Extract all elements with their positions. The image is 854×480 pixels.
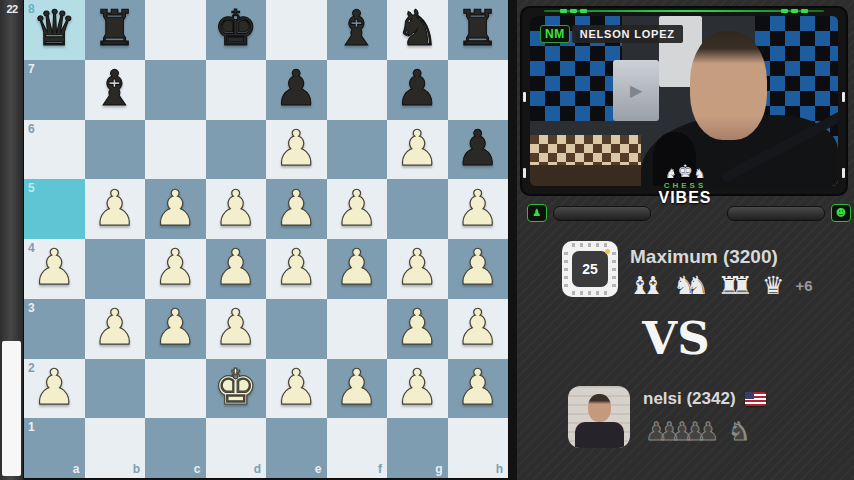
white-pawn-c5[interactable]: ♟ — [153, 184, 197, 233]
white-pawn-h2[interactable]: ♟ — [456, 363, 500, 412]
square-d7[interactable] — [206, 60, 267, 120]
square-b6[interactable] — [85, 120, 146, 180]
square-f5[interactable]: ♟ — [327, 179, 388, 239]
square-c8[interactable] — [145, 0, 206, 60]
streamer-name: NELSON LOPEZ — [572, 25, 683, 43]
square-a3[interactable]: 3 — [24, 299, 85, 359]
white-pawn-d3[interactable]: ♟ — [214, 303, 258, 352]
white-pawn-e4[interactable]: ♟ — [274, 243, 318, 292]
square-c5[interactable]: ♟ — [145, 179, 206, 239]
black-pawn-h6[interactable]: ♟ — [456, 124, 500, 173]
square-d8[interactable]: ♚ — [206, 0, 267, 60]
square-h5[interactable]: ♟ — [448, 179, 509, 239]
player-top-name: Maximum (3200) — [630, 246, 778, 268]
square-a2[interactable]: 2♟ — [24, 359, 85, 419]
vs-label: VS — [596, 312, 756, 365]
file-label-b: b — [133, 463, 140, 475]
left-green-pawn-icon: ♟ — [527, 204, 547, 222]
white-pawn-g6[interactable]: ♟ — [395, 124, 439, 173]
black-rook-b8[interactable]: ♜ — [93, 4, 137, 53]
square-h2[interactable]: ♟ — [448, 359, 509, 419]
captured-queen-icon: ♛ — [762, 273, 784, 298]
black-rook-h8[interactable]: ♜ — [456, 4, 500, 53]
square-e6[interactable]: ♟ — [266, 120, 327, 180]
square-e3[interactable] — [266, 299, 327, 359]
square-a6[interactable]: 6 — [24, 120, 85, 180]
avatar-head — [588, 394, 611, 422]
square-f2[interactable]: ♟ — [327, 359, 388, 419]
black-queen-a8[interactable]: ♛ — [32, 4, 76, 53]
captured-knights-icon: ♞♞ — [673, 273, 708, 298]
square-f6[interactable] — [327, 120, 388, 180]
square-g1[interactable]: g — [387, 418, 448, 478]
file-label-g: g — [435, 463, 442, 475]
square-h1[interactable]: h — [448, 418, 509, 478]
square-d5[interactable]: ♟ — [206, 179, 267, 239]
square-f4[interactable]: ♟ — [327, 239, 388, 299]
white-pawn-e2[interactable]: ♟ — [274, 363, 318, 412]
square-a5[interactable]: 5 — [24, 179, 85, 239]
frame-tick — [842, 92, 845, 102]
move-counter: 22 — [0, 3, 24, 15]
white-pawn-h3[interactable]: ♟ — [456, 303, 500, 352]
white-pawn-d4[interactable]: ♟ — [214, 243, 258, 292]
rank-label-7: 7 — [28, 63, 35, 75]
square-h6[interactable]: ♟ — [448, 120, 509, 180]
white-pawn-h4[interactable]: ♟ — [456, 243, 500, 292]
square-c6[interactable] — [145, 120, 206, 180]
square-g8[interactable]: ♞ — [387, 0, 448, 60]
black-knight-g8[interactable]: ♞ — [395, 4, 439, 53]
square-b4[interactable] — [85, 239, 146, 299]
square-g3[interactable]: ♟ — [387, 299, 448, 359]
avatar-torso — [575, 422, 624, 448]
rank-label-1: 1 — [28, 421, 35, 433]
square-e4[interactable]: ♟ — [266, 239, 327, 299]
player-avatar-photo — [568, 386, 630, 448]
square-h7[interactable] — [448, 60, 509, 120]
rank-label-3: 3 — [28, 302, 35, 314]
square-e1[interactable]: e — [266, 418, 327, 478]
green-dashes-left — [560, 9, 587, 13]
square-e7[interactable]: ♟ — [266, 60, 327, 120]
white-pawn-f5[interactable]: ♟ — [335, 184, 379, 233]
square-c4[interactable]: ♟ — [145, 239, 206, 299]
square-d4[interactable]: ♟ — [206, 239, 267, 299]
frame-tick — [523, 168, 526, 178]
black-king-d8[interactable]: ♚ — [214, 4, 258, 53]
material-advantage: +6 — [795, 278, 812, 293]
square-b7[interactable]: ♝ — [85, 60, 146, 120]
square-a8[interactable]: 8♛ — [24, 0, 85, 60]
square-e5[interactable]: ♟ — [266, 179, 327, 239]
square-c3[interactable]: ♟ — [145, 299, 206, 359]
file-label-d: d — [254, 463, 261, 475]
white-pawn-f4[interactable]: ♟ — [335, 243, 379, 292]
square-c7[interactable] — [145, 60, 206, 120]
wooden-chessboard — [530, 135, 641, 186]
captured-knight-icon: ♞ — [728, 419, 750, 444]
white-pawn-a2[interactable]: ♟ — [32, 363, 76, 412]
captured-rooks-icon: ♜♜ — [718, 273, 753, 298]
square-b2[interactable] — [85, 359, 146, 419]
rank-label-5: 5 — [28, 182, 35, 194]
square-d1[interactable]: d — [206, 418, 267, 478]
black-pawn-g7[interactable]: ♟ — [395, 64, 439, 113]
player-bottom-name: nelsi (2342) — [643, 389, 736, 409]
square-b1[interactable]: b — [85, 418, 146, 478]
square-g5[interactable] — [387, 179, 448, 239]
white-pawn-c4[interactable]: ♟ — [153, 243, 197, 292]
bar-pill-left — [553, 206, 651, 221]
white-pawn-b5[interactable]: ♟ — [93, 184, 137, 233]
file-label-c: c — [194, 463, 201, 475]
square-b3[interactable]: ♟ — [85, 299, 146, 359]
chip-dot — [605, 249, 610, 254]
square-e8[interactable] — [266, 0, 327, 60]
square-c2[interactable] — [145, 359, 206, 419]
chess-vibes-logo: ♞♚♞ CHESS VIBES — [648, 163, 722, 207]
square-h3[interactable]: ♟ — [448, 299, 509, 359]
square-g2[interactable]: ♟ — [387, 359, 448, 419]
stream-panel: ▶ NM NELSON LOPEZ ♟ ☻ ♞♚♞ CHESS VIBES — [517, 0, 854, 480]
logo-pieces-icon: ♞♚♞ — [648, 163, 722, 180]
square-h4[interactable]: ♟ — [448, 239, 509, 299]
square-h8[interactable]: ♜ — [448, 0, 509, 60]
side-strip: 22 — [0, 0, 25, 480]
white-pawn-e6[interactable]: ♟ — [274, 124, 318, 173]
rank-label-6: 6 — [28, 123, 35, 135]
green-dashes-right — [781, 9, 808, 13]
chip-icon: 25 — [572, 251, 608, 287]
square-d2[interactable]: ♚ — [206, 359, 267, 419]
bot-avatar-chip: 25 — [562, 241, 618, 297]
black-bishop-f8[interactable]: ♝ — [335, 4, 379, 53]
logo-text-vibes: VIBES — [648, 189, 722, 207]
square-b5[interactable]: ♟ — [85, 179, 146, 239]
player-bottom-captured-pieces: ♟♟♟♟♟ ♞ — [645, 414, 759, 448]
white-pawn-a4[interactable]: ♟ — [32, 243, 76, 292]
square-f7[interactable] — [327, 60, 388, 120]
square-g7[interactable]: ♟ — [387, 60, 448, 120]
white-king-d2[interactable]: ♚ — [214, 363, 258, 412]
white-pawn-d5[interactable]: ♟ — [214, 184, 258, 233]
white-pawn-f2[interactable]: ♟ — [335, 363, 379, 412]
white-pawn-g4[interactable]: ♟ — [395, 243, 439, 292]
white-pawn-g3[interactable]: ♟ — [395, 303, 439, 352]
square-f8[interactable]: ♝ — [327, 0, 388, 60]
square-c1[interactable]: c — [145, 418, 206, 478]
square-a1[interactable]: 1a — [24, 418, 85, 478]
black-bishop-b7[interactable]: ♝ — [93, 64, 137, 113]
square-f3[interactable] — [327, 299, 388, 359]
square-e2[interactable]: ♟ — [266, 359, 327, 419]
square-f1[interactable]: f — [327, 418, 388, 478]
square-d6[interactable] — [206, 120, 267, 180]
file-label-a: a — [73, 463, 80, 475]
square-g6[interactable]: ♟ — [387, 120, 448, 180]
player-bottom-row: nelsi (2342) — [643, 389, 766, 409]
square-d3[interactable]: ♟ — [206, 299, 267, 359]
white-pawn-e5[interactable]: ♟ — [274, 184, 318, 233]
us-flag — [745, 392, 766, 406]
square-a7[interactable]: 7 — [24, 60, 85, 120]
evaluation-bar-white — [2, 341, 21, 476]
square-a4[interactable]: 4♟ — [24, 239, 85, 299]
square-b8[interactable]: ♜ — [85, 0, 146, 60]
captured-bishops-icon: ♝♝ — [629, 273, 664, 298]
frame-tick — [842, 168, 845, 178]
white-pawn-g2[interactable]: ♟ — [395, 363, 439, 412]
file-label-h: h — [496, 463, 503, 475]
captured-pawns-icon: ♟♟♟♟♟ — [645, 419, 719, 444]
square-g4[interactable]: ♟ — [387, 239, 448, 299]
file-label-f: f — [378, 463, 382, 475]
right-green-person-icon: ☻ — [831, 204, 851, 222]
white-pawn-h5[interactable]: ♟ — [456, 184, 500, 233]
file-label-e: e — [315, 463, 322, 475]
nm-title-badge: NM — [540, 25, 570, 43]
name-badge: NM NELSON LOPEZ — [540, 25, 683, 43]
white-pawn-b3[interactable]: ♟ — [93, 303, 137, 352]
frame-tick — [523, 92, 526, 102]
black-pawn-e7[interactable]: ♟ — [274, 64, 318, 113]
streamer-head — [690, 31, 767, 140]
chess-board[interactable]: 8♛♜♚♝♞♜7♝♟♟6♟♟♟5♟♟♟♟♟♟4♟♟♟♟♟♟♟3♟♟♟♟♟2♟♚♟… — [24, 0, 508, 478]
player-top-captured-pieces: ♝♝ ♞♞ ♜♜ ♛ +6 — [629, 270, 813, 300]
white-pawn-c3[interactable]: ♟ — [153, 303, 197, 352]
youtube-play-button-award: ▶ — [613, 60, 659, 121]
bar-pill-right — [727, 206, 825, 221]
